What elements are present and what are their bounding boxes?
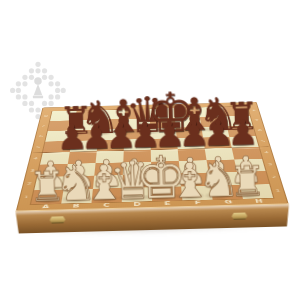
piece-white-rook-h1[interactable]: ♜: [228, 161, 265, 203]
rank-label-1: 1: [269, 184, 286, 198]
brass-clasp-right: [231, 212, 247, 219]
piece-glyph: ♟: [227, 115, 259, 151]
chess-set-photo: ABCDEFGH 12345678 12345678 ♜♞♝♛♚♝♞♜♟♟♟♟♟…: [0, 0, 300, 300]
rank-label-7: 7: [36, 121, 50, 131]
board-assembly: ABCDEFGH 12345678 12345678 ♜♞♝♛♚♝♞♜♟♟♟♟♟…: [0, 0, 300, 300]
rank-label-8: 8: [39, 111, 52, 121]
brass-clasp-left: [49, 216, 65, 223]
piece-glyph: ♜: [228, 161, 265, 203]
rank-label-2: 2: [266, 171, 283, 184]
piece-black-pawn-h7[interactable]: ♟: [227, 115, 259, 151]
